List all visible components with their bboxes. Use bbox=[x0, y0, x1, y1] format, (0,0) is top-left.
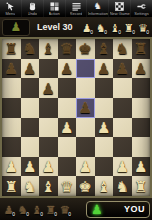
square-c1[interactable]: ♝ bbox=[39, 176, 58, 196]
square-a6[interactable] bbox=[2, 78, 21, 98]
square-e6[interactable] bbox=[76, 78, 95, 98]
captured-rook: ♜0 bbox=[44, 200, 58, 218]
list-icon bbox=[72, 2, 81, 11]
square-b2[interactable]: ♟ bbox=[21, 157, 40, 177]
opponent-pawn-icon: ♟ bbox=[11, 21, 22, 33]
toolbar-information-label: Information bbox=[88, 12, 108, 16]
checkerboard-icon bbox=[115, 2, 124, 11]
square-e8[interactable]: ♚ bbox=[76, 39, 95, 59]
square-g1[interactable]: ♞ bbox=[113, 176, 132, 196]
square-c5[interactable] bbox=[39, 98, 58, 118]
white-pawn[interactable]: ♟ bbox=[97, 120, 110, 135]
toolbar: MenuUndoActionRecord♞InformationNew Game… bbox=[0, 0, 152, 17]
square-f2[interactable] bbox=[95, 157, 114, 177]
square-h3[interactable] bbox=[132, 137, 151, 157]
white-rook[interactable]: ♜ bbox=[5, 179, 18, 194]
square-g2[interactable]: ♟ bbox=[113, 157, 132, 177]
captured-rook: ♜0 bbox=[122, 18, 136, 36]
turn-indicator-icon: ♟ bbox=[91, 203, 103, 216]
captured-count: 0 bbox=[145, 30, 150, 35]
square-b5[interactable] bbox=[21, 98, 40, 118]
square-g7[interactable]: ♟ bbox=[113, 59, 132, 79]
captured-white-tray: ♟0♞0♝0♜0♛0 bbox=[80, 18, 150, 36]
white-king[interactable]: ♚ bbox=[79, 179, 92, 194]
square-c6[interactable]: ♟ bbox=[39, 78, 58, 98]
square-b6[interactable] bbox=[21, 78, 40, 98]
square-f4[interactable]: ♟ bbox=[95, 118, 114, 138]
square-h8[interactable]: ♜ bbox=[132, 39, 151, 59]
toolbar-record-button[interactable]: Record bbox=[66, 0, 88, 17]
white-knight[interactable]: ♞ bbox=[23, 179, 36, 194]
toolbar-action-label: Action bbox=[49, 12, 60, 16]
captured-knight: ♞0 bbox=[16, 200, 30, 218]
square-h7[interactable]: ♟ bbox=[132, 59, 151, 79]
black-rook[interactable]: ♜ bbox=[5, 41, 18, 56]
black-pawn[interactable]: ♟ bbox=[116, 61, 129, 76]
square-g3[interactable] bbox=[113, 137, 132, 157]
opponent-indicator: ♟ bbox=[2, 19, 30, 36]
captured-pawn: ♟0 bbox=[2, 200, 16, 218]
player-turn-box: ♟ YOU bbox=[86, 201, 150, 218]
opponent-bar: ♟ Level 30 ♟0♞0♝0♜0♛0 bbox=[0, 17, 152, 37]
white-knight[interactable]: ♞ bbox=[116, 179, 129, 194]
square-h6[interactable] bbox=[132, 78, 151, 98]
black-pawn[interactable]: ♟ bbox=[42, 81, 55, 96]
white-pawn[interactable]: ♟ bbox=[60, 120, 73, 135]
black-pawn[interactable]: ♟ bbox=[134, 61, 147, 76]
white-pawn[interactable]: ♟ bbox=[5, 159, 18, 174]
square-b7[interactable]: ♟ bbox=[21, 59, 40, 79]
square-h2[interactable]: ♟ bbox=[132, 157, 151, 177]
square-d4[interactable]: ♟ bbox=[58, 118, 77, 138]
square-d5[interactable] bbox=[58, 98, 77, 118]
white-pawn[interactable]: ♟ bbox=[116, 159, 129, 174]
square-g6[interactable] bbox=[113, 78, 132, 98]
black-pawn[interactable]: ♟ bbox=[97, 61, 110, 76]
captured-knight: ♞0 bbox=[94, 18, 108, 36]
square-f3[interactable] bbox=[95, 137, 114, 157]
toolbar-information-button[interactable]: ♞Information bbox=[87, 0, 109, 17]
cursor-icon bbox=[6, 2, 15, 11]
square-h1[interactable]: ♜ bbox=[132, 176, 151, 196]
square-e3[interactable] bbox=[76, 137, 95, 157]
square-a8[interactable]: ♜ bbox=[2, 39, 21, 59]
white-bishop[interactable]: ♝ bbox=[42, 179, 55, 194]
square-f5[interactable] bbox=[95, 98, 114, 118]
square-b3[interactable] bbox=[21, 137, 40, 157]
captured-queen: ♛0 bbox=[58, 200, 72, 218]
knight-icon: ♞ bbox=[94, 2, 102, 11]
square-a4[interactable] bbox=[2, 118, 21, 138]
captured-queen: ♛0 bbox=[136, 18, 150, 36]
toolbar-undo-button[interactable]: Undo bbox=[22, 0, 44, 17]
square-f6[interactable] bbox=[95, 78, 114, 98]
square-b8[interactable]: ♞ bbox=[21, 39, 40, 59]
toolbar-menu-button[interactable]: Menu bbox=[0, 0, 22, 17]
square-b4[interactable] bbox=[21, 118, 40, 138]
square-a5[interactable] bbox=[2, 98, 21, 118]
square-c3[interactable] bbox=[39, 137, 58, 157]
wrench-icon bbox=[137, 2, 146, 11]
white-pawn[interactable]: ♟ bbox=[134, 159, 147, 174]
toolbar-settings-button[interactable]: Settings bbox=[131, 0, 152, 17]
square-e5[interactable]: ♟ bbox=[76, 98, 95, 118]
square-b1[interactable]: ♞ bbox=[21, 176, 40, 196]
square-d6[interactable] bbox=[58, 78, 77, 98]
square-a7[interactable]: ♟ bbox=[2, 59, 21, 79]
toolbar-settings-label: Settings bbox=[134, 12, 148, 16]
black-king[interactable]: ♚ bbox=[79, 41, 92, 56]
square-e2[interactable]: ♟ bbox=[76, 157, 95, 177]
black-rook[interactable]: ♜ bbox=[134, 41, 147, 56]
square-a3[interactable] bbox=[2, 137, 21, 157]
square-c2[interactable]: ♟ bbox=[39, 157, 58, 177]
white-pawn[interactable]: ♟ bbox=[79, 159, 92, 174]
black-knight[interactable]: ♞ bbox=[116, 41, 129, 56]
square-c4[interactable] bbox=[39, 118, 58, 138]
square-e4[interactable] bbox=[76, 118, 95, 138]
grid-icon bbox=[50, 2, 59, 11]
captured-bishop: ♝0 bbox=[108, 18, 122, 36]
square-c8[interactable]: ♝ bbox=[39, 39, 58, 59]
player-label: YOU bbox=[124, 204, 145, 214]
black-pawn[interactable]: ♟ bbox=[60, 61, 73, 76]
captured-bishop: ♝0 bbox=[30, 200, 44, 218]
square-d2[interactable] bbox=[58, 157, 77, 177]
chess-board: ♜♞♝♛♚♝♞♜♟♟♟♟♟♟♟♟♟♟♟♟♟♟♟♟♜♞♝♛♚♝♞♜ bbox=[0, 37, 152, 198]
square-f1[interactable]: ♝ bbox=[95, 176, 114, 196]
square-h4[interactable] bbox=[132, 118, 151, 138]
white-bishop[interactable]: ♝ bbox=[97, 179, 110, 194]
square-h5[interactable] bbox=[132, 98, 151, 118]
square-g5[interactable] bbox=[113, 98, 132, 118]
level-label: Level 30 bbox=[37, 22, 73, 32]
square-e1[interactable]: ♚ bbox=[76, 176, 95, 196]
square-g8[interactable]: ♞ bbox=[113, 39, 132, 59]
black-queen[interactable]: ♛ bbox=[60, 41, 73, 56]
square-d8[interactable]: ♛ bbox=[58, 39, 77, 59]
square-g4[interactable] bbox=[113, 118, 132, 138]
square-c7[interactable] bbox=[39, 59, 58, 79]
white-pawn[interactable]: ♟ bbox=[23, 159, 36, 174]
player-bar: ♟0♞0♝0♜0♛0 ♟ YOU bbox=[0, 198, 152, 220]
white-rook[interactable]: ♜ bbox=[134, 179, 147, 194]
black-knight[interactable]: ♞ bbox=[23, 41, 36, 56]
white-queen[interactable]: ♛ bbox=[60, 179, 73, 194]
black-bishop[interactable]: ♝ bbox=[97, 41, 110, 56]
square-f7[interactable]: ♟ bbox=[95, 59, 114, 79]
toolbar-record-label: Record bbox=[70, 12, 83, 16]
square-e7[interactable] bbox=[76, 59, 95, 79]
toolbar-new-game-button[interactable]: New Game bbox=[109, 0, 131, 17]
toolbar-new-game-label: New Game bbox=[110, 12, 130, 16]
hand-icon bbox=[28, 2, 37, 11]
captured-black-tray: ♟0♞0♝0♜0♛0 bbox=[2, 200, 72, 218]
toolbar-action-button[interactable]: Action bbox=[44, 0, 66, 17]
toolbar-menu-label: Menu bbox=[5, 12, 15, 16]
white-pawn[interactable]: ♟ bbox=[42, 159, 55, 174]
black-bishop[interactable]: ♝ bbox=[42, 41, 55, 56]
black-pawn[interactable]: ♟ bbox=[5, 61, 18, 76]
black-pawn[interactable]: ♟ bbox=[23, 61, 36, 76]
square-a2[interactable]: ♟ bbox=[2, 157, 21, 177]
captured-count: 0 bbox=[67, 212, 72, 217]
square-d3[interactable] bbox=[58, 137, 77, 157]
chess-app: MenuUndoActionRecord♞InformationNew Game… bbox=[0, 0, 152, 220]
square-d7[interactable]: ♟ bbox=[58, 59, 77, 79]
captured-pawn: ♟0 bbox=[80, 18, 94, 36]
black-pawn[interactable]: ♟ bbox=[79, 100, 92, 115]
square-a1[interactable]: ♜ bbox=[2, 176, 21, 196]
board-grid: ♜♞♝♛♚♝♞♜♟♟♟♟♟♟♟♟♟♟♟♟♟♟♟♟♜♞♝♛♚♝♞♜ bbox=[2, 39, 150, 196]
toolbar-undo-label: Undo bbox=[28, 12, 38, 16]
square-d1[interactable]: ♛ bbox=[58, 176, 77, 196]
square-f8[interactable]: ♝ bbox=[95, 39, 114, 59]
